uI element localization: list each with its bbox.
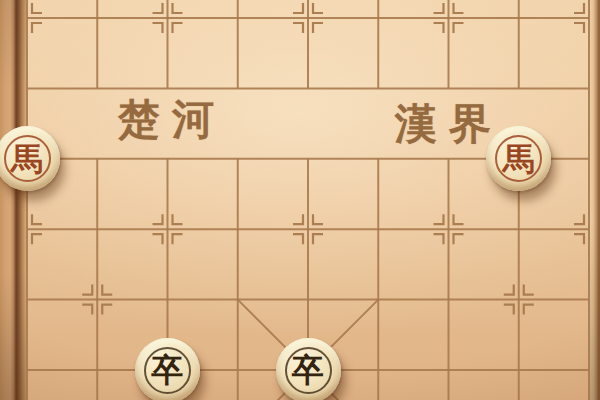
piece-character: 馬 [503, 143, 535, 175]
piece-character: 馬 [11, 143, 43, 175]
piece-red-horse[interactable]: 馬 [486, 126, 551, 191]
piece-black-soldier[interactable]: 卒 [135, 338, 200, 400]
screenshot-stage: 楚河 漢界 馬馬卒卒 [0, 0, 600, 400]
piece-black-soldier[interactable]: 卒 [276, 338, 341, 400]
piece-character: 卒 [292, 354, 324, 386]
piece-character: 卒 [152, 354, 184, 386]
piece-red-horse[interactable]: 馬 [0, 126, 60, 191]
pieces-layer: 馬馬卒卒 [0, 0, 600, 400]
xiangqi-board: 楚河 漢界 馬馬卒卒 [0, 0, 600, 400]
